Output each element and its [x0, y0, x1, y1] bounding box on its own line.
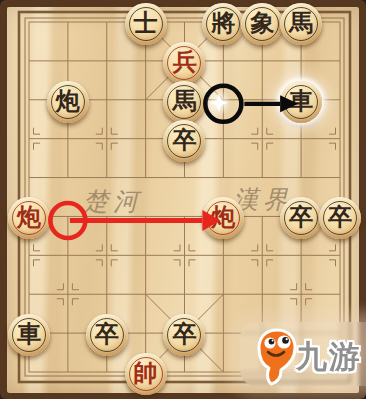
piece-glyph: 卒 [172, 128, 196, 152]
piece-glyph: 馬 [289, 11, 313, 35]
piece-black-advisor[interactable]: 士 [125, 3, 167, 45]
piece-red-soldier[interactable]: 兵 [163, 42, 205, 84]
jiuyou-mascot-icon [254, 328, 300, 386]
piece-black-cannon[interactable]: 炮 [47, 81, 89, 123]
piece-red-cannon[interactable]: 炮 [8, 197, 50, 239]
piece-glyph: 將 [211, 11, 235, 35]
jiuyou-logo-text: 九游 [296, 336, 362, 378]
piece-glyph: 馬 [172, 89, 196, 113]
piece-glyph: 卒 [328, 205, 352, 229]
piece-glyph: 卒 [172, 322, 196, 346]
piece-glyph: 卒 [95, 322, 119, 346]
piece-glyph: 帥 [134, 361, 158, 385]
piece-glyph: 兵 [172, 50, 196, 74]
piece-black-elephant[interactable]: 象 [241, 3, 283, 45]
piece-glyph: 士 [134, 11, 158, 35]
piece-black-soldier[interactable]: 卒 [163, 314, 205, 356]
piece-glyph: 車 [289, 89, 313, 113]
xiangqi-board[interactable]: 楚河 漢界 士將象馬兵炮馬車卒炮炮卒卒車卒卒帥 九游 [0, 0, 366, 399]
piece-black-soldier[interactable]: 卒 [86, 314, 128, 356]
piece-black-chariot[interactable]: 車 [8, 314, 50, 356]
piece-black-soldier[interactable]: 卒 [163, 120, 205, 162]
jiuyou-watermark: 九游 [240, 320, 366, 392]
piece-black-soldier[interactable]: 卒 [280, 197, 322, 239]
piece-black-general[interactable]: 將 [202, 3, 244, 45]
piece-glyph: 象 [250, 11, 274, 35]
piece-glyph: 車 [17, 322, 41, 346]
piece-glyph: 炮 [56, 89, 80, 113]
piece-black-soldier[interactable]: 卒 [319, 197, 361, 239]
piece-red-cannon[interactable]: 炮 [202, 197, 244, 239]
piece-glyph: 卒 [289, 205, 313, 229]
piece-black-chariot[interactable]: 車 [280, 81, 322, 123]
piece-red-general[interactable]: 帥 [125, 353, 167, 395]
piece-black-horse[interactable]: 馬 [280, 3, 322, 45]
piece-black-horse[interactable]: 馬 [163, 81, 205, 123]
piece-glyph: 炮 [211, 205, 235, 229]
piece-glyph: 炮 [17, 205, 41, 229]
